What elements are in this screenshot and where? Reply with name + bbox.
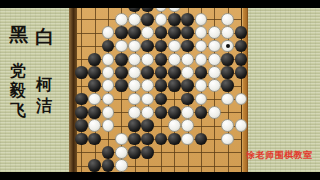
white-player-label: 白 bbox=[35, 27, 54, 46]
black-stone bbox=[168, 13, 181, 26]
black-stone bbox=[168, 106, 181, 119]
black-stone bbox=[115, 26, 128, 39]
black-stone bbox=[75, 119, 88, 132]
black-stone bbox=[75, 93, 88, 106]
white-stone bbox=[221, 13, 234, 26]
player-name-char: 毅 bbox=[10, 83, 26, 99]
black-stone bbox=[102, 146, 115, 159]
black-stone bbox=[235, 66, 248, 79]
black-stone bbox=[128, 26, 141, 39]
last-move-white-stone bbox=[221, 40, 234, 53]
white-stone bbox=[115, 133, 128, 146]
white-stone bbox=[102, 106, 115, 119]
black-stone bbox=[102, 159, 115, 172]
white-stone bbox=[181, 106, 194, 119]
white-stone bbox=[128, 66, 141, 79]
white-stone bbox=[208, 79, 221, 92]
white-stone bbox=[141, 53, 154, 66]
white-stone bbox=[195, 53, 208, 66]
black-stone bbox=[115, 53, 128, 66]
white-stone bbox=[115, 159, 128, 172]
black-stone bbox=[88, 106, 101, 119]
white-stone bbox=[128, 53, 141, 66]
letterbox-bottom bbox=[0, 172, 320, 180]
player-name-char: 洁 bbox=[36, 98, 52, 114]
black-stone bbox=[168, 66, 181, 79]
last-move-marker-dot bbox=[226, 44, 230, 48]
black-stone bbox=[155, 106, 168, 119]
white-stone bbox=[181, 66, 194, 79]
black-stone bbox=[221, 66, 234, 79]
white-stone bbox=[195, 13, 208, 26]
white-stone bbox=[115, 40, 128, 53]
white-stone bbox=[221, 26, 234, 39]
black-stone bbox=[195, 66, 208, 79]
white-stone bbox=[102, 66, 115, 79]
video-frame: 黑 白 党毅飞 柯洁 徐老师围棋教室 bbox=[0, 0, 320, 180]
black-stone bbox=[155, 53, 168, 66]
board-left-edge-shadow bbox=[69, 0, 77, 180]
black-player-name: 党毅飞 bbox=[10, 63, 26, 119]
player-name-char: 党 bbox=[10, 63, 26, 79]
white-stone bbox=[115, 13, 128, 26]
white-stone bbox=[102, 26, 115, 39]
white-stone bbox=[115, 146, 128, 159]
white-stone bbox=[221, 119, 234, 132]
black-stone bbox=[75, 106, 88, 119]
white-stone bbox=[208, 53, 221, 66]
black-stone bbox=[235, 53, 248, 66]
black-stone bbox=[235, 26, 248, 39]
white-stone bbox=[102, 53, 115, 66]
white-stone bbox=[141, 106, 154, 119]
white-stone bbox=[181, 53, 194, 66]
black-stone bbox=[128, 146, 141, 159]
black-stone bbox=[181, 13, 194, 26]
white-stone bbox=[208, 106, 221, 119]
black-stone bbox=[221, 53, 234, 66]
white-stone bbox=[155, 13, 168, 26]
black-stone bbox=[168, 133, 181, 146]
black-stone bbox=[181, 26, 194, 39]
black-stone bbox=[168, 26, 181, 39]
white-stone bbox=[88, 119, 101, 132]
white-stone bbox=[168, 53, 181, 66]
black-stone bbox=[75, 133, 88, 146]
player-name-char: 飞 bbox=[10, 103, 26, 119]
black-stone bbox=[128, 119, 141, 132]
black-stone bbox=[75, 66, 88, 79]
black-stone bbox=[141, 146, 154, 159]
black-player-label: 黑 bbox=[9, 25, 28, 44]
watermark-text: 徐老师围棋教室 bbox=[246, 149, 313, 162]
white-stone bbox=[208, 66, 221, 79]
black-stone bbox=[115, 66, 128, 79]
black-stone bbox=[115, 79, 128, 92]
black-stone bbox=[195, 106, 208, 119]
white-stone bbox=[128, 13, 141, 26]
black-stone bbox=[88, 53, 101, 66]
black-stone bbox=[141, 66, 154, 79]
white-stone bbox=[128, 40, 141, 53]
black-stone bbox=[88, 159, 101, 172]
black-stone bbox=[128, 133, 141, 146]
letterbox-top bbox=[0, 0, 320, 8]
white-stone bbox=[208, 40, 221, 53]
player-name-char: 柯 bbox=[36, 77, 52, 93]
black-stone bbox=[88, 66, 101, 79]
white-stone bbox=[208, 26, 221, 39]
white-stone bbox=[168, 40, 181, 53]
white-stone bbox=[128, 106, 141, 119]
white-stone bbox=[168, 119, 181, 132]
black-stone bbox=[141, 13, 154, 26]
white-player-name: 柯洁 bbox=[36, 77, 52, 114]
white-stone bbox=[128, 79, 141, 92]
black-stone bbox=[168, 79, 181, 92]
